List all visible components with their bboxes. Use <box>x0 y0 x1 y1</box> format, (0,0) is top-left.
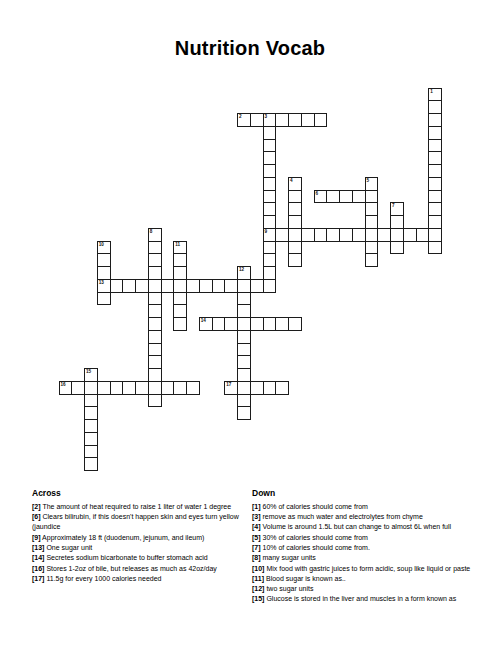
grid-cell[interactable] <box>161 381 175 395</box>
grid-cell[interactable] <box>84 445 98 459</box>
across-clues-section: Across [2] The amount of heat required t… <box>32 488 248 584</box>
clue-item-number: [16] <box>32 565 44 572</box>
grid-cell[interactable] <box>148 304 162 318</box>
grid-cell[interactable] <box>199 279 213 293</box>
grid-cell[interactable] <box>173 292 187 306</box>
grid-cell[interactable] <box>212 317 226 331</box>
grid-cell[interactable] <box>173 381 187 395</box>
clue-item: [11] Blood sugar is known as.. <box>252 574 471 584</box>
grid-cell[interactable] <box>173 317 187 331</box>
clue-item-number: [6] <box>32 513 41 520</box>
grid-cell[interactable] <box>250 279 264 293</box>
clue-item-number: [14] <box>32 554 44 561</box>
clue-item: [1] 60% of calories should come from <box>252 502 471 512</box>
grid-cell[interactable] <box>135 279 149 293</box>
grid-cell[interactable] <box>237 317 251 331</box>
grid-cell[interactable] <box>275 317 289 331</box>
clue-item: [13] One sugar unit <box>32 543 248 553</box>
grid-cell[interactable] <box>110 381 124 395</box>
clue-item: [2] The amount of heat required to raise… <box>32 502 248 512</box>
clue-item-number: [2] <box>32 503 41 510</box>
down-heading: Down <box>252 488 471 498</box>
grid-cell[interactable] <box>263 279 277 293</box>
grid-cell[interactable] <box>237 343 251 357</box>
clue-item: [4] Volume is around 1.5L but can change… <box>252 522 471 532</box>
across-heading: Across <box>32 488 248 498</box>
grid-cell[interactable] <box>148 381 162 395</box>
grid-cell[interactable] <box>224 317 238 331</box>
clue-number: 17 <box>226 382 231 387</box>
grid-cell[interactable] <box>148 355 162 369</box>
grid-cell[interactable] <box>224 279 238 293</box>
grid-cell[interactable] <box>428 190 442 204</box>
grid-cell[interactable] <box>428 164 442 178</box>
grid-cell[interactable] <box>237 368 251 382</box>
grid-cell[interactable] <box>416 228 430 242</box>
grid-cell[interactable]: 4 <box>288 177 302 191</box>
grid-cell[interactable] <box>428 241 442 255</box>
grid-cell[interactable] <box>186 381 200 395</box>
clue-item: [12] two sugar units <box>252 584 471 594</box>
grid-cell[interactable] <box>365 228 379 242</box>
grid-cell[interactable] <box>288 317 302 331</box>
clue-item-number: [9] <box>32 534 41 541</box>
clue-number: 3 <box>265 114 268 119</box>
grid-cell[interactable]: 9 <box>263 228 277 242</box>
grid-cell[interactable] <box>263 241 277 255</box>
clue-item: [14] Secretes sodium bicarbonate to buff… <box>32 553 248 563</box>
grid-cell[interactable] <box>173 304 187 318</box>
grid-cell[interactable] <box>263 177 277 191</box>
grid-cell[interactable] <box>148 330 162 344</box>
grid-cell[interactable]: 14 <box>199 317 213 331</box>
grid-cell[interactable] <box>84 394 98 408</box>
clue-item: [3] remove as much water and electrolyte… <box>252 512 471 522</box>
grid-cell[interactable] <box>428 228 442 242</box>
page-title: Nutrition Vocab <box>0 37 500 60</box>
grid-cell[interactable] <box>148 241 162 255</box>
clue-item-number: [13] <box>32 544 44 551</box>
grid-cell[interactable] <box>288 113 302 127</box>
clue-item: [17] 11.5g for every 1000 calories neede… <box>32 574 248 584</box>
grid-cell[interactable] <box>263 381 277 395</box>
clue-item-number: [3] <box>252 513 261 520</box>
clue-number: 14 <box>201 318 206 323</box>
grid-cell[interactable] <box>148 266 162 280</box>
clue-item: [16] Stores 1-2oz of bile, but releases … <box>32 564 248 574</box>
grid-cell[interactable] <box>237 394 251 408</box>
grid-cell[interactable] <box>377 228 391 242</box>
grid-cell[interactable] <box>352 228 366 242</box>
clue-number: 15 <box>86 369 91 374</box>
clue-number: 7 <box>392 203 395 208</box>
grid-cell[interactable]: 11 <box>173 241 187 255</box>
grid-cell[interactable] <box>288 202 302 216</box>
grid-cell[interactable] <box>365 241 379 255</box>
grid-cell[interactable] <box>237 406 251 420</box>
grid-cell[interactable] <box>263 202 277 216</box>
grid-cell[interactable] <box>173 279 187 293</box>
grid-cell[interactable] <box>314 113 328 127</box>
grid-cell[interactable]: 15 <box>84 368 98 382</box>
grid-cell[interactable] <box>365 202 379 216</box>
grid-cell[interactable] <box>428 126 442 140</box>
grid-cell[interactable] <box>237 292 251 306</box>
grid-cell[interactable] <box>250 317 264 331</box>
grid-cell[interactable] <box>275 381 289 395</box>
clue-number: 13 <box>99 280 104 285</box>
grid-cell[interactable]: 12 <box>237 266 251 280</box>
clue-item: [5] 30% of calories should come from <box>252 533 471 543</box>
grid-cell[interactable] <box>84 381 98 395</box>
grid-cell[interactable] <box>237 304 251 318</box>
grid-cell[interactable] <box>428 139 442 153</box>
grid-cell[interactable] <box>314 228 328 242</box>
grid-cell[interactable] <box>428 113 442 127</box>
clue-number: 6 <box>316 191 319 196</box>
grid-cell[interactable] <box>212 279 226 293</box>
clue-number: 8 <box>150 229 153 234</box>
grid-cell[interactable] <box>365 253 379 267</box>
clue-item: [15] Glucose is stored in the liver and … <box>252 594 471 604</box>
clue-item-number: [5] <box>252 534 261 541</box>
grid-cell[interactable] <box>365 190 379 204</box>
down-clues-list: [1] 60% of calories should come from[3] … <box>252 502 471 605</box>
grid-cell[interactable] <box>428 151 442 165</box>
down-clues-section: Down [1] 60% of calories should come fro… <box>252 488 471 605</box>
grid-cell[interactable] <box>263 126 277 140</box>
clue-item-number: [1] <box>252 503 261 510</box>
clue-number: 4 <box>290 178 293 183</box>
grid-cell[interactable] <box>263 164 277 178</box>
grid-cell[interactable] <box>237 279 251 293</box>
grid-cell[interactable] <box>263 266 277 280</box>
clue-item: [8] many sugar units <box>252 553 471 563</box>
grid-cell[interactable] <box>97 292 111 306</box>
clue-item: [6] Clears bilirubin, if this doesn't ha… <box>32 512 248 533</box>
grid-cell[interactable] <box>148 253 162 267</box>
grid-cell[interactable]: 3 <box>263 113 277 127</box>
clue-item-number: [11] <box>252 575 264 582</box>
grid-cell[interactable]: 5 <box>365 177 379 191</box>
grid-cell[interactable] <box>390 228 404 242</box>
clue-item-number: [15] <box>252 595 264 602</box>
grid-cell[interactable] <box>275 228 289 242</box>
grid-cell[interactable] <box>263 253 277 267</box>
grid-cell[interactable] <box>250 381 264 395</box>
clue-item-number: [12] <box>252 585 264 592</box>
grid-cell[interactable] <box>403 228 417 242</box>
grid-cell[interactable] <box>148 317 162 331</box>
grid-cell[interactable] <box>97 266 111 280</box>
grid-cell[interactable] <box>288 215 302 229</box>
grid-cell[interactable] <box>173 253 187 267</box>
grid-cell[interactable] <box>428 215 442 229</box>
grid-cell[interactable] <box>71 381 85 395</box>
grid-cell[interactable] <box>122 381 136 395</box>
grid-cell[interactable] <box>301 113 315 127</box>
grid-cell[interactable] <box>237 355 251 369</box>
clue-item-number: [10] <box>252 565 264 572</box>
clue-number: 12 <box>239 267 244 272</box>
grid-cell[interactable] <box>263 139 277 153</box>
clue-item: [7] 10% of calories should come from. <box>252 543 471 553</box>
grid-cell[interactable]: 8 <box>148 228 162 242</box>
grid-cell[interactable] <box>148 292 162 306</box>
grid-cell[interactable] <box>428 177 442 191</box>
clue-number: 9 <box>265 229 268 234</box>
grid-cell[interactable] <box>263 190 277 204</box>
clue-item-number: [8] <box>252 554 261 561</box>
clue-number: 11 <box>175 242 180 247</box>
clue-number: 10 <box>99 242 104 247</box>
clue-item-number: [7] <box>252 544 261 551</box>
grid-cell[interactable] <box>148 343 162 357</box>
grid-cell[interactable] <box>365 215 379 229</box>
grid-cell[interactable] <box>301 228 315 242</box>
grid-cell[interactable] <box>84 457 98 471</box>
grid-cell[interactable] <box>97 381 111 395</box>
grid-cell[interactable] <box>135 381 149 395</box>
grid-cell[interactable] <box>97 253 111 267</box>
grid-cell[interactable] <box>326 228 340 242</box>
grid-cell[interactable] <box>339 190 353 204</box>
grid-cell[interactable] <box>288 228 302 242</box>
grid-cell[interactable] <box>390 215 404 229</box>
grid-cell[interactable] <box>263 317 277 331</box>
grid-cell[interactable] <box>428 100 442 114</box>
grid-cell[interactable]: 7 <box>390 202 404 216</box>
grid-cell[interactable] <box>275 113 289 127</box>
grid-cell[interactable] <box>161 279 175 293</box>
clue-item: [10] Mix food with gastric juices to for… <box>252 564 471 574</box>
grid-cell[interactable]: 17 <box>224 381 238 395</box>
grid-cell[interactable] <box>237 330 251 344</box>
clue-item-number: [4] <box>252 523 261 530</box>
grid-cell[interactable] <box>186 279 200 293</box>
grid-cell[interactable] <box>148 394 162 408</box>
clue-number: 2 <box>239 114 242 119</box>
grid-cell[interactable]: 2 <box>237 113 251 127</box>
across-clues-list: [2] The amount of heat required to raise… <box>32 502 248 584</box>
grid-cell[interactable]: 13 <box>97 279 111 293</box>
grid-cell[interactable] <box>263 215 277 229</box>
clue-number: 16 <box>61 382 66 387</box>
grid-cell[interactable]: 10 <box>97 241 111 255</box>
grid-cell[interactable] <box>339 228 353 242</box>
clue-item-number: [17] <box>32 575 44 582</box>
grid-cell[interactable]: 1 <box>428 88 442 102</box>
grid-cell[interactable] <box>352 190 366 204</box>
grid-cell[interactable] <box>173 266 187 280</box>
clue-number: 5 <box>367 178 370 183</box>
grid-cell[interactable] <box>250 113 264 127</box>
grid-cell[interactable] <box>288 241 302 255</box>
clue-number: 1 <box>430 89 433 94</box>
grid-cell[interactable] <box>84 419 98 433</box>
grid-cell[interactable]: 16 <box>59 381 73 395</box>
grid-cell[interactable] <box>237 381 251 395</box>
grid-cell[interactable] <box>84 406 98 420</box>
grid-cell[interactable] <box>148 368 162 382</box>
grid-cell[interactable] <box>288 190 302 204</box>
grid-cell[interactable] <box>110 279 124 293</box>
clue-item: [9] Approximately 18 ft (duodenum, jejun… <box>32 533 248 543</box>
grid-cell[interactable] <box>390 241 404 255</box>
grid-cell[interactable] <box>428 202 442 216</box>
grid-cell[interactable]: 6 <box>314 190 328 204</box>
grid-cell[interactable] <box>326 190 340 204</box>
grid-cell[interactable] <box>84 432 98 446</box>
crossword-board: 1234567891011121314151617 <box>59 88 443 472</box>
grid-cell[interactable] <box>148 279 162 293</box>
grid-cell[interactable] <box>263 151 277 165</box>
grid-cell[interactable] <box>288 253 302 267</box>
grid-cell[interactable] <box>122 279 136 293</box>
